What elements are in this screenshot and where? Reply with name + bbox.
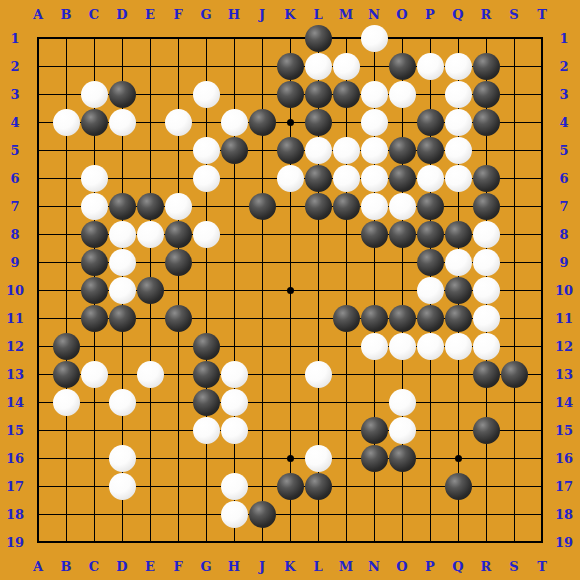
black-stone	[305, 165, 332, 192]
row-label: 2	[10, 60, 19, 73]
white-stone	[445, 53, 472, 80]
black-stone	[193, 389, 220, 416]
white-stone	[361, 193, 388, 220]
column-label: K	[284, 8, 295, 21]
black-stone	[417, 137, 444, 164]
black-stone	[389, 221, 416, 248]
black-stone	[109, 305, 136, 332]
row-label: 14	[6, 396, 24, 409]
row-label: 3	[10, 88, 19, 101]
white-stone	[389, 81, 416, 108]
row-label: 8	[10, 228, 19, 241]
column-label: K	[284, 560, 295, 573]
grid-line-horizontal	[38, 514, 542, 515]
white-stone	[445, 333, 472, 360]
row-label: 14	[555, 396, 573, 409]
column-label: G	[200, 8, 211, 21]
black-stone	[417, 221, 444, 248]
white-stone	[445, 165, 472, 192]
black-stone	[389, 53, 416, 80]
column-label: R	[481, 560, 492, 573]
black-stone	[109, 81, 136, 108]
black-stone	[445, 473, 472, 500]
row-label: 5	[10, 144, 19, 157]
column-label: Q	[452, 560, 463, 573]
white-stone	[445, 249, 472, 276]
column-label: J	[259, 8, 265, 21]
row-label: 1	[10, 32, 19, 45]
black-stone	[305, 81, 332, 108]
black-stone	[473, 81, 500, 108]
black-stone	[221, 137, 248, 164]
row-label: 13	[6, 368, 24, 381]
row-label: 19	[555, 536, 573, 549]
black-stone	[137, 193, 164, 220]
black-stone	[81, 221, 108, 248]
column-label: T	[537, 560, 547, 573]
row-label: 18	[555, 508, 573, 521]
black-stone	[417, 193, 444, 220]
black-stone	[277, 473, 304, 500]
white-stone	[389, 417, 416, 444]
black-stone	[361, 445, 388, 472]
white-stone	[109, 249, 136, 276]
white-stone	[277, 165, 304, 192]
white-stone	[417, 53, 444, 80]
column-label: L	[313, 560, 322, 573]
black-stone	[165, 305, 192, 332]
column-label: D	[116, 560, 127, 573]
white-stone	[221, 361, 248, 388]
black-stone	[445, 277, 472, 304]
column-label: G	[200, 560, 211, 573]
black-stone	[501, 361, 528, 388]
white-stone	[81, 165, 108, 192]
row-label: 9	[559, 256, 568, 269]
black-stone	[305, 25, 332, 52]
column-label: R	[481, 8, 492, 21]
white-stone	[305, 445, 332, 472]
column-label: P	[425, 560, 435, 573]
white-stone	[473, 277, 500, 304]
column-label: D	[116, 8, 127, 21]
white-stone	[389, 193, 416, 220]
column-label: S	[509, 8, 518, 21]
white-stone	[389, 389, 416, 416]
column-label: E	[145, 560, 155, 573]
row-label: 12	[6, 340, 24, 353]
white-stone	[445, 137, 472, 164]
column-label: H	[228, 560, 240, 573]
black-stone	[333, 305, 360, 332]
column-label: M	[339, 8, 353, 21]
black-stone	[333, 81, 360, 108]
column-label: E	[145, 8, 155, 21]
white-stone	[445, 81, 472, 108]
star-point	[455, 455, 462, 462]
black-stone	[473, 361, 500, 388]
row-label: 11	[555, 312, 573, 325]
column-label: H	[228, 8, 240, 21]
white-stone	[333, 137, 360, 164]
white-stone	[137, 221, 164, 248]
grid-line-vertical	[514, 38, 515, 542]
row-label: 8	[559, 228, 568, 241]
row-label: 4	[10, 116, 19, 129]
row-label: 7	[10, 200, 19, 213]
row-label: 17	[555, 480, 573, 493]
black-stone	[473, 109, 500, 136]
white-stone	[109, 473, 136, 500]
row-label: 4	[559, 116, 568, 129]
black-stone	[361, 305, 388, 332]
black-stone	[109, 193, 136, 220]
white-stone	[361, 109, 388, 136]
black-stone	[361, 221, 388, 248]
white-stone	[221, 501, 248, 528]
black-stone	[473, 165, 500, 192]
black-stone	[389, 137, 416, 164]
grid-line-horizontal	[38, 430, 542, 431]
grid-line-vertical	[346, 38, 347, 542]
white-stone	[473, 221, 500, 248]
black-stone	[249, 193, 276, 220]
go-board-screenshot: AABBCCDDEEFFGGHHJJKKLLMMNNOOPPQQRRSSTT11…	[0, 0, 580, 580]
black-stone	[53, 361, 80, 388]
white-stone	[417, 165, 444, 192]
black-stone	[81, 109, 108, 136]
white-stone	[109, 277, 136, 304]
column-label: F	[173, 8, 182, 21]
white-stone	[193, 165, 220, 192]
row-label: 13	[555, 368, 573, 381]
row-label: 10	[6, 284, 24, 297]
row-label: 6	[559, 172, 568, 185]
star-point	[287, 455, 294, 462]
white-stone	[305, 137, 332, 164]
white-stone	[109, 445, 136, 472]
white-stone	[81, 193, 108, 220]
column-label: L	[313, 8, 322, 21]
black-stone	[81, 277, 108, 304]
black-stone	[277, 137, 304, 164]
column-label: C	[89, 8, 99, 21]
column-label: A	[33, 8, 43, 21]
column-label: N	[368, 8, 380, 21]
white-stone	[53, 389, 80, 416]
column-label: Q	[452, 8, 463, 21]
black-stone	[473, 53, 500, 80]
row-label: 2	[559, 60, 568, 73]
star-point	[287, 287, 294, 294]
column-label: M	[339, 560, 353, 573]
white-stone	[221, 389, 248, 416]
black-stone	[165, 249, 192, 276]
black-stone	[445, 305, 472, 332]
row-label: 9	[10, 256, 19, 269]
black-stone	[305, 193, 332, 220]
white-stone	[109, 109, 136, 136]
column-label: P	[425, 8, 435, 21]
white-stone	[333, 165, 360, 192]
black-stone	[249, 501, 276, 528]
black-stone	[277, 81, 304, 108]
white-stone	[221, 473, 248, 500]
black-stone	[473, 417, 500, 444]
black-stone	[305, 473, 332, 500]
column-label: B	[61, 560, 72, 573]
white-stone	[473, 333, 500, 360]
row-label: 16	[555, 452, 573, 465]
black-stone	[81, 305, 108, 332]
black-stone	[389, 305, 416, 332]
white-stone	[305, 53, 332, 80]
black-stone	[417, 305, 444, 332]
row-label: 3	[559, 88, 568, 101]
column-label: A	[33, 560, 43, 573]
black-stone	[417, 109, 444, 136]
white-stone	[361, 165, 388, 192]
black-stone	[445, 221, 472, 248]
white-stone	[137, 361, 164, 388]
row-label: 1	[559, 32, 568, 45]
column-label: F	[173, 560, 182, 573]
white-stone	[109, 221, 136, 248]
white-stone	[361, 81, 388, 108]
white-stone	[165, 193, 192, 220]
white-stone	[445, 109, 472, 136]
white-stone	[389, 333, 416, 360]
white-stone	[165, 109, 192, 136]
black-stone	[389, 165, 416, 192]
black-stone	[193, 361, 220, 388]
white-stone	[221, 109, 248, 136]
black-stone	[277, 53, 304, 80]
column-label: C	[89, 560, 99, 573]
black-stone	[165, 221, 192, 248]
white-stone	[333, 53, 360, 80]
black-stone	[137, 277, 164, 304]
white-stone	[81, 81, 108, 108]
row-label: 5	[559, 144, 568, 157]
white-stone	[193, 221, 220, 248]
column-label: T	[537, 8, 547, 21]
black-stone	[81, 249, 108, 276]
white-stone	[109, 389, 136, 416]
column-label: B	[61, 8, 72, 21]
black-stone	[417, 249, 444, 276]
black-stone	[473, 193, 500, 220]
row-label: 17	[6, 480, 24, 493]
row-label: 6	[10, 172, 19, 185]
row-label: 15	[6, 424, 24, 437]
row-label: 12	[555, 340, 573, 353]
column-label: O	[396, 8, 407, 21]
black-stone	[361, 417, 388, 444]
white-stone	[361, 25, 388, 52]
row-label: 16	[6, 452, 24, 465]
row-label: 11	[6, 312, 24, 325]
grid-line-horizontal	[38, 374, 542, 375]
white-stone	[193, 417, 220, 444]
row-label: 15	[555, 424, 573, 437]
white-stone	[305, 361, 332, 388]
star-point	[287, 119, 294, 126]
white-stone	[361, 137, 388, 164]
black-stone	[389, 445, 416, 472]
column-label: S	[509, 560, 518, 573]
row-label: 7	[559, 200, 568, 213]
white-stone	[417, 277, 444, 304]
column-label: J	[259, 560, 265, 573]
white-stone	[361, 333, 388, 360]
black-stone	[193, 333, 220, 360]
white-stone	[81, 361, 108, 388]
row-label: 19	[6, 536, 24, 549]
white-stone	[221, 417, 248, 444]
column-label: O	[396, 560, 407, 573]
black-stone	[305, 109, 332, 136]
black-stone	[333, 193, 360, 220]
white-stone	[473, 305, 500, 332]
row-label: 10	[555, 284, 573, 297]
white-stone	[193, 137, 220, 164]
row-label: 18	[6, 508, 24, 521]
white-stone	[53, 109, 80, 136]
white-stone	[473, 249, 500, 276]
white-stone	[193, 81, 220, 108]
column-label: N	[368, 560, 380, 573]
black-stone	[249, 109, 276, 136]
white-stone	[417, 333, 444, 360]
black-stone	[53, 333, 80, 360]
